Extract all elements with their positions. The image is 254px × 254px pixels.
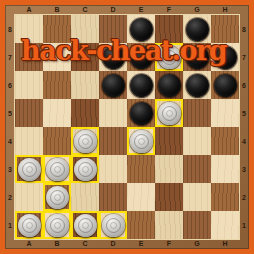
white-piece-b1[interactable] xyxy=(46,214,69,237)
rank-label-6: 6 xyxy=(239,71,249,99)
square-d2[interactable] xyxy=(99,183,127,211)
square-c7[interactable] xyxy=(71,43,99,71)
square-d7[interactable] xyxy=(99,43,127,71)
square-g2[interactable] xyxy=(183,183,211,211)
rank-label-2: 2 xyxy=(5,183,15,211)
square-h7[interactable] xyxy=(211,43,239,71)
square-b6[interactable] xyxy=(43,71,71,99)
square-g6[interactable] xyxy=(183,71,211,99)
square-b1[interactable] xyxy=(43,211,71,239)
square-a6[interactable] xyxy=(15,71,43,99)
square-c4[interactable] xyxy=(71,127,99,155)
square-f2[interactable] xyxy=(155,183,183,211)
rank-label-5: 5 xyxy=(239,99,249,127)
rank-label-2: 2 xyxy=(239,183,249,211)
square-f1[interactable] xyxy=(155,211,183,239)
square-d6[interactable] xyxy=(99,71,127,99)
square-e5[interactable] xyxy=(127,99,155,127)
white-piece-e4[interactable] xyxy=(130,130,153,153)
file-label-g: G xyxy=(183,239,211,249)
square-g5[interactable] xyxy=(183,99,211,127)
rank-label-5: 5 xyxy=(5,99,15,127)
file-label-b: B xyxy=(43,5,71,15)
white-piece-a3[interactable] xyxy=(18,158,41,181)
rank-labels-right: 87654321 xyxy=(239,15,249,239)
rank-label-1: 1 xyxy=(239,211,249,239)
square-b5[interactable] xyxy=(43,99,71,127)
square-d1[interactable] xyxy=(99,211,127,239)
square-b4[interactable] xyxy=(43,127,71,155)
black-piece-e6[interactable] xyxy=(130,74,153,97)
rank-label-7: 7 xyxy=(5,43,15,71)
rank-label-8: 8 xyxy=(5,15,15,43)
square-c2[interactable] xyxy=(71,183,99,211)
rank-label-6: 6 xyxy=(5,71,15,99)
file-label-f: F xyxy=(155,239,183,249)
rank-label-7: 7 xyxy=(239,43,249,71)
square-f4[interactable] xyxy=(155,127,183,155)
rank-label-8: 8 xyxy=(239,15,249,43)
square-d5[interactable] xyxy=(99,99,127,127)
square-h3[interactable] xyxy=(211,155,239,183)
rank-label-1: 1 xyxy=(5,211,15,239)
white-piece-b2[interactable] xyxy=(46,186,69,209)
square-h5[interactable] xyxy=(211,99,239,127)
file-label-c: C xyxy=(71,239,99,249)
file-label-c: C xyxy=(71,5,99,15)
square-c5[interactable] xyxy=(71,99,99,127)
square-h1[interactable] xyxy=(211,211,239,239)
square-e8[interactable] xyxy=(127,15,155,43)
black-piece-e5[interactable] xyxy=(130,102,153,125)
square-a1[interactable] xyxy=(15,211,43,239)
app-screen: ABCDEFGH ABCDEFGH 87654321 87654321 hack… xyxy=(0,0,254,254)
white-piece-c3[interactable] xyxy=(74,158,97,181)
black-piece-g8[interactable] xyxy=(186,18,209,41)
rank-label-4: 4 xyxy=(5,127,15,155)
square-c3[interactable] xyxy=(71,155,99,183)
square-d4[interactable] xyxy=(99,127,127,155)
square-c8[interactable] xyxy=(71,15,99,43)
square-a8[interactable] xyxy=(15,15,43,43)
square-g3[interactable] xyxy=(183,155,211,183)
white-piece-b3[interactable] xyxy=(46,158,69,181)
square-e6[interactable] xyxy=(127,71,155,99)
square-g1[interactable] xyxy=(183,211,211,239)
square-d8[interactable] xyxy=(99,15,127,43)
square-g7[interactable] xyxy=(183,43,211,71)
white-piece-d1[interactable] xyxy=(102,214,125,237)
square-d3[interactable] xyxy=(99,155,127,183)
square-b7[interactable] xyxy=(43,43,71,71)
square-g4[interactable] xyxy=(183,127,211,155)
square-b8[interactable] xyxy=(43,15,71,43)
file-label-g: G xyxy=(183,5,211,15)
square-a5[interactable] xyxy=(15,99,43,127)
rank-labels-left: 87654321 xyxy=(5,15,15,239)
file-label-a: A xyxy=(15,239,43,249)
square-e2[interactable] xyxy=(127,183,155,211)
square-a7[interactable] xyxy=(15,43,43,71)
square-c1[interactable] xyxy=(71,211,99,239)
black-piece-f6[interactable] xyxy=(158,74,181,97)
file-label-a: A xyxy=(15,5,43,15)
square-h4[interactable] xyxy=(211,127,239,155)
rank-label-4: 4 xyxy=(239,127,249,155)
file-label-b: B xyxy=(43,239,71,249)
file-label-d: D xyxy=(99,5,127,15)
square-f6[interactable] xyxy=(155,71,183,99)
rank-label-3: 3 xyxy=(239,155,249,183)
board-frame: ABCDEFGH ABCDEFGH 87654321 87654321 xyxy=(5,5,249,249)
square-e7[interactable] xyxy=(127,43,155,71)
square-g8[interactable] xyxy=(183,15,211,43)
black-piece-d7[interactable] xyxy=(102,46,125,69)
square-e1[interactable] xyxy=(127,211,155,239)
square-f8[interactable] xyxy=(155,15,183,43)
black-piece-g6[interactable] xyxy=(186,74,209,97)
square-b3[interactable] xyxy=(43,155,71,183)
black-piece-g7[interactable] xyxy=(186,46,209,69)
black-piece-h7[interactable] xyxy=(214,46,237,69)
square-h2[interactable] xyxy=(211,183,239,211)
file-label-h: H xyxy=(211,239,239,249)
square-a4[interactable] xyxy=(15,127,43,155)
black-piece-e8[interactable] xyxy=(130,18,153,41)
white-piece-c1[interactable] xyxy=(74,214,97,237)
white-piece-f5[interactable] xyxy=(158,102,181,125)
black-piece-h6[interactable] xyxy=(214,74,237,97)
square-f7[interactable] xyxy=(155,43,183,71)
square-a2[interactable] xyxy=(15,183,43,211)
square-h8[interactable] xyxy=(211,15,239,43)
black-piece-e7[interactable] xyxy=(130,46,153,69)
checkers-board[interactable] xyxy=(15,15,239,239)
square-c6[interactable] xyxy=(71,71,99,99)
square-f5[interactable] xyxy=(155,99,183,127)
file-labels-top: ABCDEFGH xyxy=(15,5,239,15)
file-label-f: F xyxy=(155,5,183,15)
white-piece-f7[interactable] xyxy=(158,46,181,69)
black-piece-d6[interactable] xyxy=(102,74,125,97)
square-e3[interactable] xyxy=(127,155,155,183)
white-piece-c4[interactable] xyxy=(74,130,97,153)
file-label-d: D xyxy=(99,239,127,249)
square-b2[interactable] xyxy=(43,183,71,211)
white-piece-a1[interactable] xyxy=(18,214,41,237)
file-labels-bottom: ABCDEFGH xyxy=(15,239,239,249)
file-label-e: E xyxy=(127,239,155,249)
square-a3[interactable] xyxy=(15,155,43,183)
rank-label-3: 3 xyxy=(5,155,15,183)
square-e4[interactable] xyxy=(127,127,155,155)
file-label-h: H xyxy=(211,5,239,15)
square-f3[interactable] xyxy=(155,155,183,183)
square-h6[interactable] xyxy=(211,71,239,99)
file-label-e: E xyxy=(127,5,155,15)
